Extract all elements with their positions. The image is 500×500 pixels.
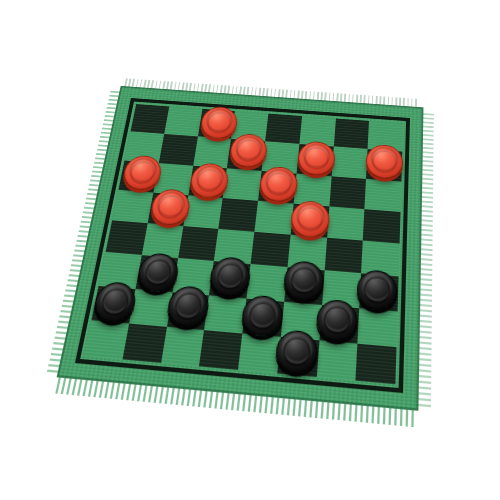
square-8-4[interactable] [199, 330, 242, 370]
square-8-3[interactable] [161, 327, 205, 367]
square-7-3[interactable]: ⛂ [167, 292, 210, 330]
square-6-8[interactable]: ⛂ [360, 273, 399, 311]
square-3-8[interactable] [365, 178, 402, 211]
black-checker[interactable]: ⛂ [356, 269, 398, 311]
square-4-4[interactable] [219, 198, 259, 232]
red-checker[interactable]: ⛀ [289, 200, 330, 239]
square-4-5[interactable] [254, 201, 293, 235]
checkers-mat: ⛀⛀⛀⛀⛀⛀⛀⛀⛀⛂⛂⛂⛂⛂⛂⛂⛂⛂ [57, 86, 424, 411]
square-2-7[interactable] [331, 147, 368, 179]
square-3-3[interactable]: ⛀ [188, 165, 227, 198]
square-7-7[interactable]: ⛂ [319, 305, 360, 344]
square-4-1[interactable] [112, 190, 153, 224]
square-8-2[interactable] [122, 323, 166, 363]
square-5-1[interactable] [106, 220, 148, 255]
square-8-6[interactable]: ⛂ [277, 337, 319, 377]
square-2-6[interactable]: ⛀ [296, 144, 333, 176]
square-1-7[interactable] [333, 118, 369, 149]
square-7-2[interactable] [129, 289, 172, 327]
square-7-1[interactable]: ⛂ [92, 285, 136, 323]
square-3-4[interactable] [223, 168, 262, 201]
square-5-5[interactable] [251, 232, 291, 268]
square-7-8[interactable] [358, 308, 398, 347]
black-checker[interactable]: ⛂ [240, 294, 285, 338]
square-2-4[interactable]: ⛀ [227, 139, 265, 170]
square-6-6[interactable]: ⛂ [284, 267, 324, 304]
square-3-1[interactable]: ⛀ [119, 160, 159, 192]
square-5-3[interactable] [178, 226, 219, 261]
square-3-7[interactable] [329, 176, 366, 209]
board-grid: ⛀⛀⛀⛀⛀⛀⛀⛀⛀⛂⛂⛂⛂⛂⛂⛂⛂⛂ [84, 104, 403, 384]
square-1-2[interactable] [164, 106, 202, 136]
square-6-2[interactable]: ⛂ [135, 255, 177, 291]
square-8-7[interactable] [316, 340, 357, 381]
square-5-7[interactable] [324, 238, 363, 274]
square-7-4[interactable] [204, 295, 246, 333]
square-1-3[interactable]: ⛀ [197, 109, 235, 139]
square-7-5[interactable]: ⛂ [242, 298, 284, 337]
square-2-2[interactable] [159, 134, 198, 165]
square-8-8[interactable] [356, 343, 397, 384]
square-1-1[interactable] [131, 104, 169, 134]
square-4-8[interactable] [363, 209, 401, 244]
product-photo-stage: ⛀⛀⛀⛀⛀⛀⛀⛀⛀⛂⛂⛂⛂⛂⛂⛂⛂⛂ [0, 0, 500, 500]
square-3-5[interactable]: ⛀ [258, 171, 296, 204]
square-4-6[interactable]: ⛀ [290, 203, 329, 237]
square-8-5[interactable] [238, 333, 281, 373]
square-4-2[interactable]: ⛀ [147, 192, 188, 226]
square-4-7[interactable] [327, 206, 365, 240]
board-frame: ⛀⛀⛀⛀⛀⛀⛀⛀⛀⛂⛂⛂⛂⛂⛂⛂⛂⛂ [75, 98, 410, 393]
square-1-5[interactable] [265, 114, 302, 144]
square-4-3[interactable] [183, 195, 223, 229]
square-6-4[interactable]: ⛂ [209, 261, 250, 298]
fringe-right [418, 112, 433, 407]
square-2-8[interactable]: ⛀ [366, 149, 402, 181]
red-checker[interactable]: ⛀ [296, 140, 336, 176]
